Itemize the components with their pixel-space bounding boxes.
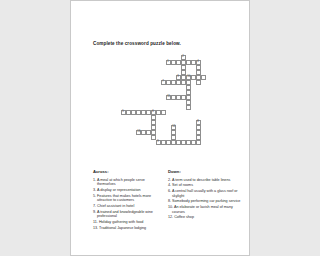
across-heading: Across:	[93, 169, 157, 174]
clue-number: 13	[137, 131, 140, 134]
worksheet-page: Complete the crossword puzzle below. 214…	[70, 0, 250, 256]
clue-item: 5. Features that makes hotels more attra…	[93, 194, 157, 203]
clue-item: 9. A trained and knowledgeable wine prof…	[93, 210, 157, 219]
clue-number: 3	[177, 76, 178, 79]
down-clues-section: Down: 2. A term used to describe table l…	[168, 169, 245, 221]
grid-cell[interactable]	[186, 105, 191, 110]
clue-number: 4	[197, 61, 198, 64]
crossword-grid: 21431071156812139	[121, 55, 206, 145]
clue-number: 6	[152, 111, 153, 114]
clue-item: 11. Holiday gathering with food	[93, 220, 157, 224]
grid-cell[interactable]	[161, 110, 166, 115]
clue-number: 9	[157, 141, 158, 144]
clue-number: 5	[122, 111, 123, 114]
across-clues-section: Across: 1. A meal at which people serve …	[93, 169, 157, 231]
clue-item: 10. An elaborate or lavish meal of many …	[168, 205, 245, 214]
grid-cell[interactable]	[201, 75, 206, 80]
down-clue-list: 2. A term used to describe table linens4…	[168, 178, 245, 220]
clue-item: 7. Chief assistant in hotel	[93, 204, 157, 208]
clue-item: 6. A central hall usually with a glass r…	[168, 189, 245, 198]
empty-space	[201, 140, 206, 145]
clue-item: 1. A meal at which people serve themselv…	[93, 178, 157, 187]
clue-number: 1	[167, 61, 168, 64]
clue-item: 8. Somebody performing car parking servi…	[168, 199, 245, 203]
grid-cell[interactable]	[196, 140, 201, 145]
clue-item: 12. Coffee shop	[168, 215, 245, 219]
clue-item: 2. A term used to describe table linens	[168, 178, 245, 182]
clue-item: 4. Set of rooms	[168, 183, 245, 187]
clue-number: 2	[182, 56, 183, 59]
clue-item: 13. Traditional Japanese lodging	[93, 226, 157, 230]
across-clue-list: 1. A meal at which people serve themselv…	[93, 178, 157, 230]
clue-item: 3. A display or representation	[93, 188, 157, 192]
grid-cell[interactable]	[196, 80, 201, 85]
clue-number: 12	[172, 126, 175, 129]
page-title: Complete the crossword puzzle below.	[93, 41, 181, 46]
clue-number: 8	[197, 121, 198, 124]
clue-number: 7	[162, 81, 163, 84]
clue-number: 11	[167, 96, 170, 99]
clue-number: 10	[187, 76, 190, 79]
down-heading: Down:	[168, 169, 245, 174]
